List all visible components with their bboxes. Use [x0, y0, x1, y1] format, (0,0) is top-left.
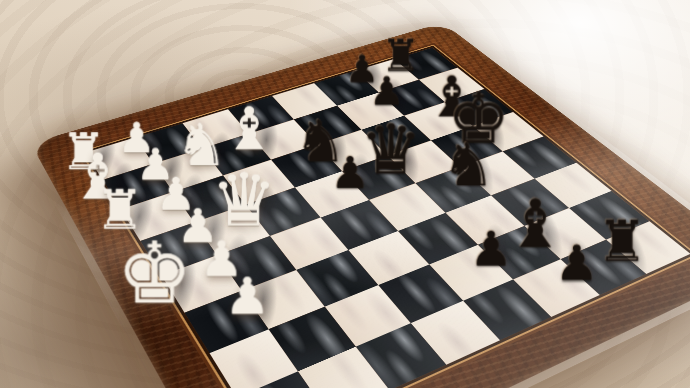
square-e8[interactable] — [503, 137, 577, 179]
piece-white-pawn-f2[interactable]: ♟ — [224, 271, 269, 322]
piece-black-pawn-g6[interactable]: ♟ — [469, 225, 512, 273]
piece-white-queen-d3[interactable]: ♛ — [211, 163, 277, 236]
square-h8[interactable]: ♜ — [606, 221, 690, 274]
piece-black-pawn-h7[interactable]: ♟ — [555, 239, 599, 288]
board-grid: ♜♝♚♜♟♟♞♝♟♛♟♞♟♝♞♛♟♟♟♟♟♟♜♝♜♚ — [86, 47, 690, 388]
piece-white-king-e1[interactable]: ♚ — [117, 230, 193, 315]
wooden-board-frame: ♜♝♚♜♟♟♞♝♟♛♟♞♟♝♞♛♟♟♟♟♟♟♜♝♜♚ — [31, 23, 690, 388]
piece-black-rook-h8[interactable]: ♜ — [596, 213, 647, 269]
piece-white-bishop-b4[interactable]: ♝ — [223, 100, 276, 159]
piece-black-knight-e7[interactable]: ♞ — [441, 134, 494, 194]
piece-black-pawn-b7[interactable]: ♟ — [369, 72, 404, 111]
chessboard-scene: ♜♝♚♜♟♟♞♝♟♛♟♞♟♝♞♛♟♟♟♟♟♟♜♝♜♚ — [0, 0, 690, 388]
piece-black-pawn-d5[interactable]: ♟ — [330, 151, 369, 195]
square-g2[interactable] — [269, 307, 356, 372]
square-f2[interactable]: ♟ — [242, 270, 325, 329]
